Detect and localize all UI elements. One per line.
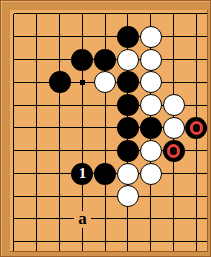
move-number-label: 1 — [79, 166, 87, 181]
point-3-9[interactable] — [48, 185, 71, 208]
point-8-4[interactable] — [162, 71, 185, 94]
white-stone — [117, 49, 139, 71]
point-label-patch: a — [74, 211, 91, 228]
white-stone — [140, 163, 162, 185]
point-9-10[interactable] — [185, 208, 208, 231]
point-9-6[interactable] — [185, 117, 208, 140]
point-1-4[interactable] — [3, 71, 26, 94]
point-4-3[interactable] — [71, 48, 94, 71]
point-6-1[interactable] — [117, 3, 140, 26]
point-7-6[interactable] — [139, 117, 162, 140]
white-stone — [94, 71, 116, 93]
black-stone-circled — [185, 117, 207, 139]
circle-mark — [190, 121, 204, 135]
black-stone — [49, 71, 71, 93]
point-6-8[interactable] — [117, 162, 140, 185]
point-5-6[interactable] — [94, 117, 117, 140]
point-5-10[interactable] — [94, 208, 117, 231]
point-6-2[interactable] — [117, 25, 140, 48]
point-3-10[interactable] — [48, 208, 71, 231]
point-5-4[interactable] — [94, 71, 117, 94]
point-3-11[interactable] — [48, 231, 71, 254]
point-9-7[interactable] — [185, 139, 208, 162]
point-7-8[interactable] — [139, 162, 162, 185]
point-label-a: a — [78, 210, 87, 227]
point-2-2[interactable] — [25, 25, 48, 48]
point-5-3[interactable] — [94, 48, 117, 71]
black-stone — [94, 163, 116, 185]
black-stone — [140, 117, 162, 139]
point-9-2[interactable] — [185, 25, 208, 48]
point-1-10[interactable] — [3, 208, 26, 231]
point-6-4[interactable] — [117, 71, 140, 94]
stones-layer: 1a — [3, 3, 208, 254]
point-3-4[interactable] — [48, 71, 71, 94]
point-9-9[interactable] — [185, 185, 208, 208]
point-1-6[interactable] — [3, 117, 26, 140]
point-4-4[interactable] — [71, 71, 94, 94]
point-7-5[interactable] — [139, 94, 162, 117]
point-6-3[interactable] — [117, 48, 140, 71]
point-1-8[interactable] — [3, 162, 26, 185]
point-7-4[interactable] — [139, 71, 162, 94]
point-7-3[interactable] — [139, 48, 162, 71]
white-stone — [140, 49, 162, 71]
point-6-6[interactable] — [117, 117, 140, 140]
point-2-8[interactable] — [25, 162, 48, 185]
point-6-5[interactable] — [117, 94, 140, 117]
circle-mark — [167, 144, 181, 158]
point-1-11[interactable] — [3, 231, 26, 254]
point-8-3[interactable] — [162, 48, 185, 71]
point-5-11[interactable] — [94, 231, 117, 254]
point-5-9[interactable] — [94, 185, 117, 208]
point-5-8[interactable] — [94, 162, 117, 185]
point-1-2[interactable] — [3, 25, 26, 48]
point-4-5[interactable] — [71, 94, 94, 117]
black-stone: 1 — [71, 163, 93, 185]
point-2-3[interactable] — [25, 48, 48, 71]
black-stone — [117, 71, 139, 93]
go-board: 1a — [10, 10, 208, 252]
point-4-6[interactable] — [71, 117, 94, 140]
black-stone — [117, 94, 139, 116]
point-5-7[interactable] — [94, 139, 117, 162]
point-9-4[interactable] — [185, 71, 208, 94]
point-6-9[interactable] — [117, 185, 140, 208]
point-8-6[interactable] — [162, 117, 185, 140]
point-9-11[interactable] — [185, 231, 208, 254]
point-2-9[interactable] — [25, 185, 48, 208]
point-3-1[interactable] — [48, 3, 71, 26]
point-1-7[interactable] — [3, 139, 26, 162]
white-stone — [140, 26, 162, 48]
point-4-7[interactable] — [71, 139, 94, 162]
black-stone — [117, 26, 139, 48]
point-7-2[interactable] — [139, 25, 162, 48]
point-5-1[interactable] — [94, 3, 117, 26]
point-1-5[interactable] — [3, 94, 26, 117]
white-stone — [117, 185, 139, 207]
point-4-9[interactable] — [71, 185, 94, 208]
point-2-11[interactable] — [25, 231, 48, 254]
point-3-2[interactable] — [48, 25, 71, 48]
point-3-7[interactable] — [48, 139, 71, 162]
point-8-9[interactable] — [162, 185, 185, 208]
point-6-11[interactable] — [117, 231, 140, 254]
point-4-2[interactable] — [71, 25, 94, 48]
point-7-1[interactable] — [139, 3, 162, 26]
go-diagram: 1a — [0, 0, 211, 257]
point-6-10[interactable] — [117, 208, 140, 231]
white-stone — [163, 94, 185, 116]
point-8-10[interactable] — [162, 208, 185, 231]
point-8-5[interactable] — [162, 94, 185, 117]
point-3-3[interactable] — [48, 48, 71, 71]
point-3-5[interactable] — [48, 94, 71, 117]
point-2-5[interactable] — [25, 94, 48, 117]
point-2-4[interactable] — [25, 71, 48, 94]
point-8-7[interactable] — [162, 139, 185, 162]
black-stone — [117, 117, 139, 139]
point-2-1[interactable] — [25, 3, 48, 26]
point-3-6[interactable] — [48, 117, 71, 140]
point-2-6[interactable] — [25, 117, 48, 140]
point-9-5[interactable] — [185, 94, 208, 117]
point-1-1[interactable] — [3, 3, 26, 26]
black-stone — [71, 49, 93, 71]
point-9-3[interactable] — [185, 48, 208, 71]
white-stone — [163, 117, 185, 139]
white-stone — [140, 94, 162, 116]
white-stone — [140, 71, 162, 93]
point-1-3[interactable] — [3, 48, 26, 71]
point-4-11[interactable] — [71, 231, 94, 254]
point-7-7[interactable] — [139, 139, 162, 162]
black-stone-circled — [163, 140, 185, 162]
point-8-1[interactable] — [162, 3, 185, 26]
white-stone — [117, 163, 139, 185]
point-4-8[interactable]: 1 — [71, 162, 94, 185]
point-6-7[interactable] — [117, 139, 140, 162]
point-7-11[interactable] — [139, 231, 162, 254]
point-2-10[interactable] — [25, 208, 48, 231]
black-stone — [94, 49, 116, 71]
point-4-1[interactable] — [71, 3, 94, 26]
point-4-10[interactable]: a — [71, 208, 94, 231]
point-1-9[interactable] — [3, 185, 26, 208]
white-stone — [140, 140, 162, 162]
point-3-8[interactable] — [48, 162, 71, 185]
point-8-2[interactable] — [162, 25, 185, 48]
point-2-7[interactable] — [25, 139, 48, 162]
point-5-5[interactable] — [94, 94, 117, 117]
point-5-2[interactable] — [94, 25, 117, 48]
black-stone — [117, 140, 139, 162]
point-9-8[interactable] — [185, 162, 208, 185]
point-7-10[interactable] — [139, 208, 162, 231]
point-7-9[interactable] — [139, 185, 162, 208]
point-8-11[interactable] — [162, 231, 185, 254]
point-9-1[interactable] — [185, 3, 208, 26]
point-8-8[interactable] — [162, 162, 185, 185]
